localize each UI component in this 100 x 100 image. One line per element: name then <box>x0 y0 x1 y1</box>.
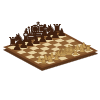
piece-black-pawn: ♟ <box>13 41 22 51</box>
chess-set-photo: ♜♞♝♛♚♝♞♜♟♟♟♟♟♟♟♟♟♟♟♟♟♟♟♟♜♞♝♛♚♝♞♜ <box>0 0 100 100</box>
piece-white-rook: ♜ <box>40 57 47 65</box>
chess-pieces-layer: ♜♞♝♛♚♝♞♜♟♟♟♟♟♟♟♟♟♟♟♟♟♟♟♟♜♞♝♛♚♝♞♜ <box>0 0 100 100</box>
